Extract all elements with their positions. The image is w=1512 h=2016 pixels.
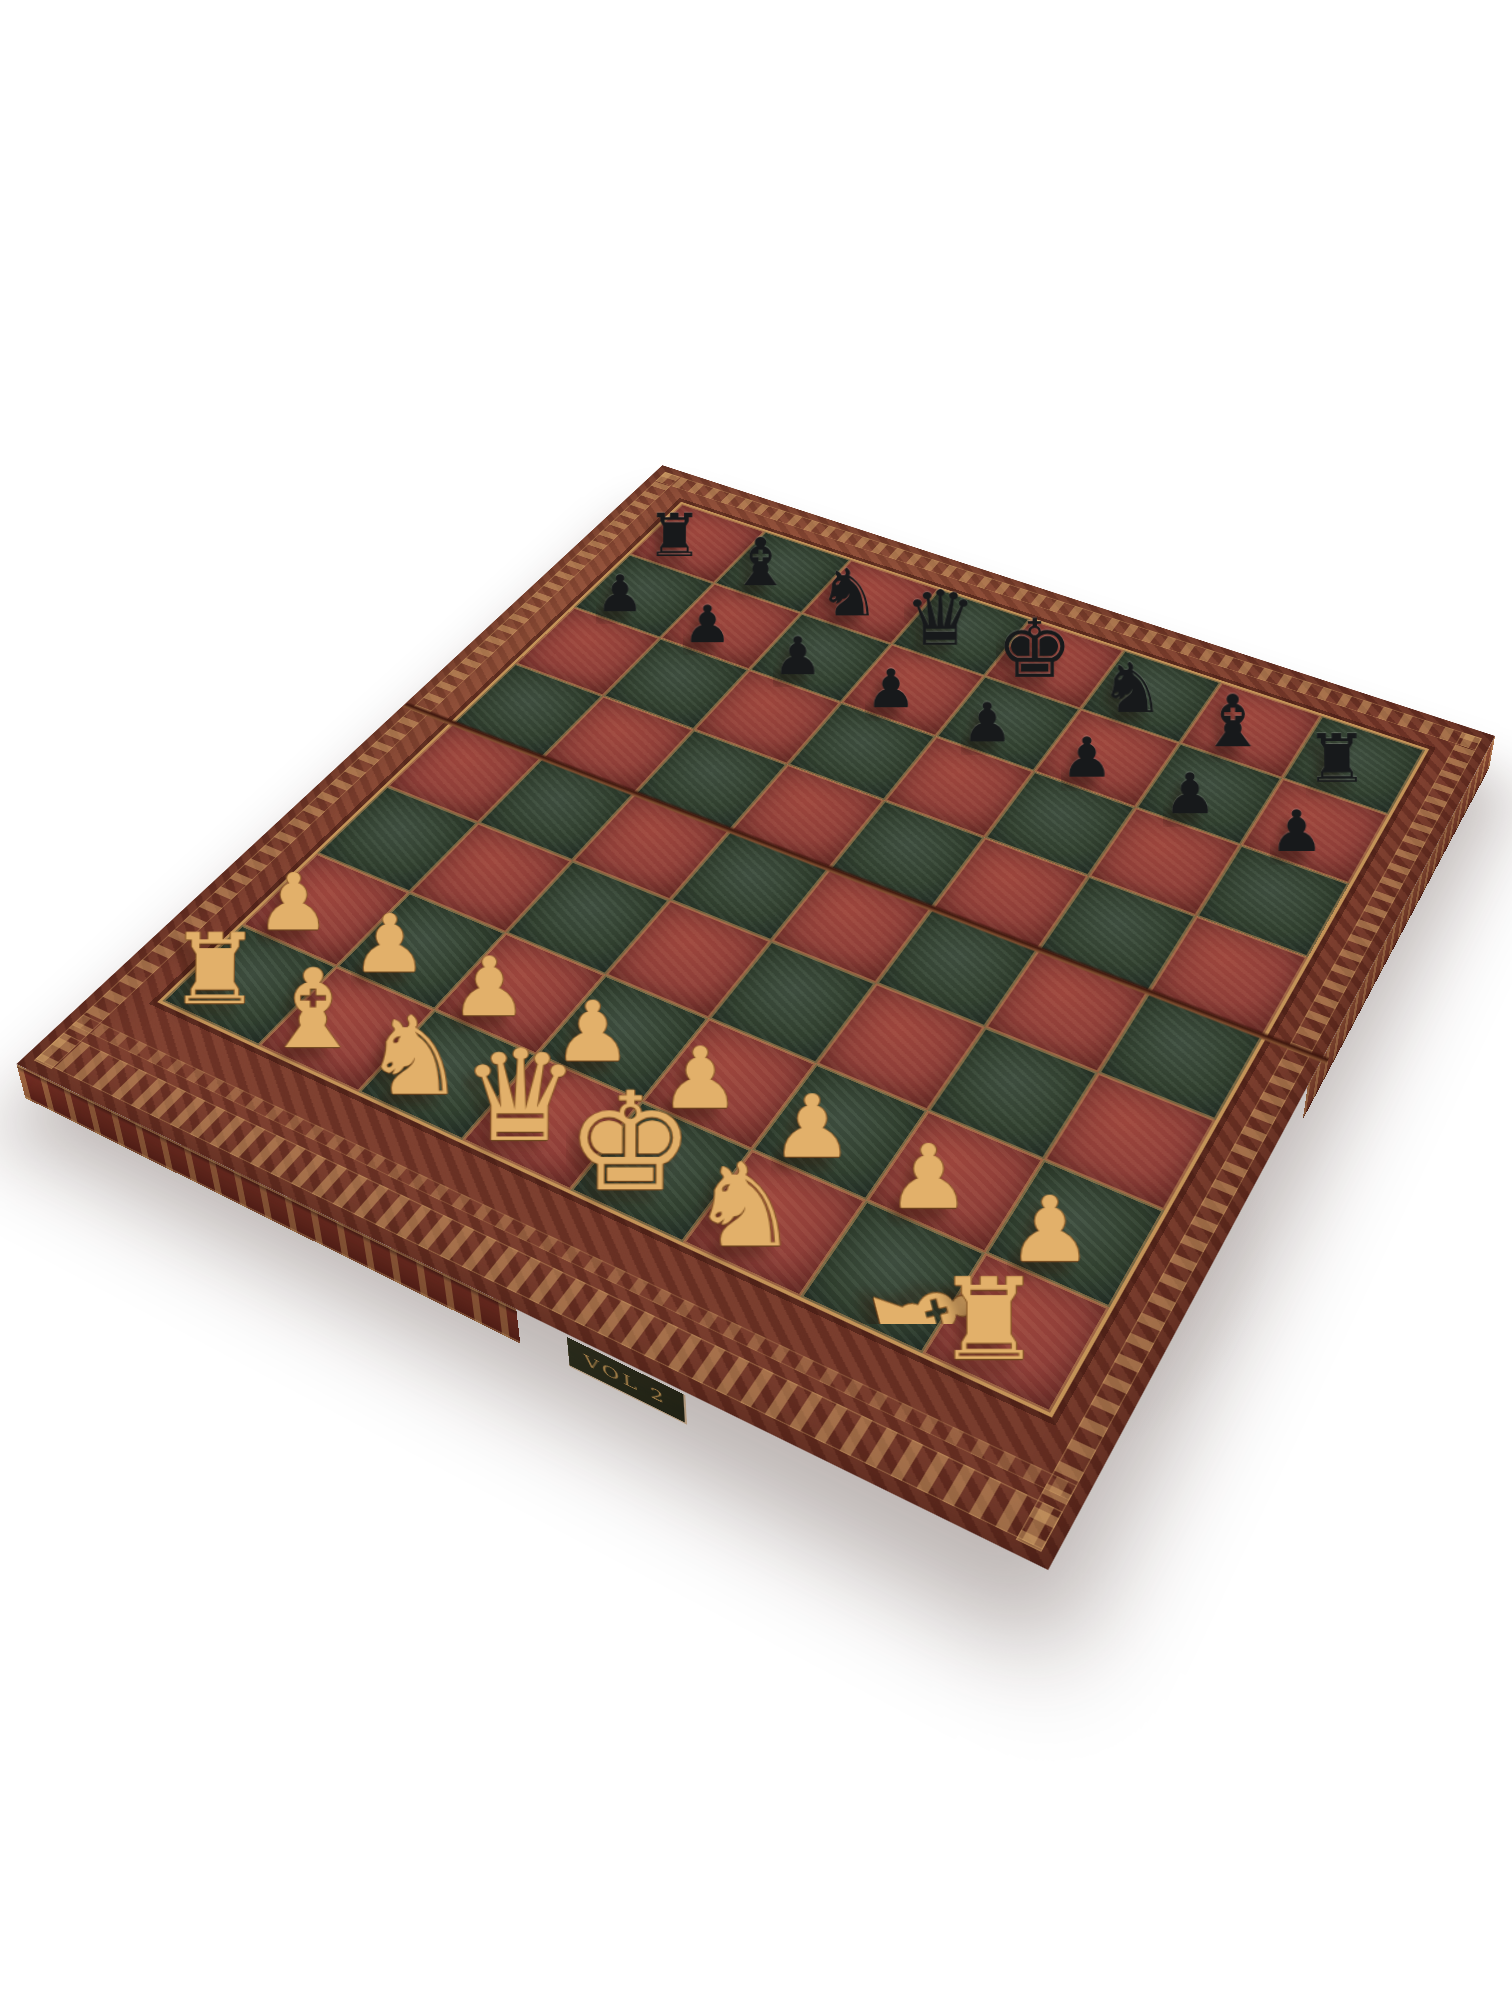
square-g6	[1089, 808, 1241, 916]
white-pawn-d2: ♟	[553, 989, 632, 1073]
white-pawn-a2: ♟	[256, 862, 331, 941]
black-pawn-a7: ♟	[596, 568, 645, 619]
white-pawn-h2: ♟	[1007, 1184, 1093, 1275]
black-knight-f8: ♞	[1099, 653, 1165, 722]
photo-scene: ♜♝♞♛♚♞♝♜♟♟♟♟♟♟♟♟♟♟♟♟♟♟♟♟♜♝♞♛♚♞♝♜ VOL 2	[0, 0, 1512, 2016]
black-pawn-f7: ♟	[1061, 730, 1114, 785]
square-h6	[1196, 845, 1349, 957]
black-pawn-d7: ♟	[865, 662, 916, 716]
black-pawn-b7: ♟	[683, 599, 732, 651]
black-rook-h8: ♜	[1305, 726, 1369, 793]
black-pawn-c7: ♟	[773, 630, 823, 683]
black-pawn-h7: ♟	[1269, 803, 1324, 860]
white-pawn-e2: ♟	[660, 1035, 741, 1120]
black-rook-a8: ♜	[646, 506, 703, 565]
white-pawn-f2: ♟	[771, 1083, 853, 1170]
black-pawn-g7: ♟	[1163, 766, 1217, 822]
black-pawn-e7: ♟	[961, 696, 1013, 750]
